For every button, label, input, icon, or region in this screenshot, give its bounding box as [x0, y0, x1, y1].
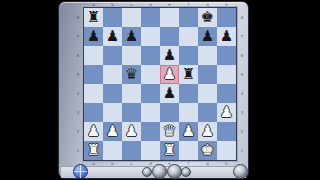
rank-label-4: 4: [238, 84, 246, 103]
piece-white-pawn: ♟: [163, 65, 176, 84]
square-a7[interactable]: ♟: [84, 27, 103, 46]
square-d7[interactable]: [141, 27, 160, 46]
square-c6[interactable]: [122, 46, 141, 65]
square-f4[interactable]: [179, 84, 198, 103]
piece-black-king: ♚: [201, 8, 214, 27]
piece-white-pawn: ♟: [220, 103, 233, 122]
piece-white-rook: ♜: [163, 141, 176, 160]
piece-black-queen: ♛: [125, 65, 138, 84]
square-c8[interactable]: [122, 8, 141, 27]
square-h7[interactable]: ♟: [217, 27, 236, 46]
square-d8[interactable]: [141, 8, 160, 27]
square-g6[interactable]: [198, 46, 217, 65]
square-g4[interactable]: [198, 84, 217, 103]
square-d5[interactable]: [141, 65, 160, 84]
rank-label-4: 4: [74, 84, 82, 103]
square-f8[interactable]: [179, 8, 198, 27]
chess-board: ♜♚♟♟♟♟♟♟♛♟♜♟♟♟♟♟♛♟♟♜♜♚: [83, 7, 237, 161]
square-d1[interactable]: [141, 141, 160, 160]
square-a3[interactable]: [84, 103, 103, 122]
square-b2[interactable]: ♟: [103, 122, 122, 141]
square-h2[interactable]: [217, 122, 236, 141]
piece-white-pawn: ♟: [201, 122, 214, 141]
nav-last-button[interactable]: [181, 167, 191, 177]
square-e4[interactable]: ♟: [160, 84, 179, 103]
square-b6[interactable]: [103, 46, 122, 65]
piece-black-pawn: ♟: [220, 27, 233, 46]
square-e5[interactable]: ♟: [160, 65, 179, 84]
rank-label-5: 5: [238, 65, 246, 84]
square-b4[interactable]: [103, 84, 122, 103]
rank-labels-right: 87654321: [238, 8, 246, 160]
square-d2[interactable]: [141, 122, 160, 141]
square-d4[interactable]: [141, 84, 160, 103]
square-e7[interactable]: [160, 27, 179, 46]
square-h4[interactable]: [217, 84, 236, 103]
app-globe-button[interactable]: [73, 164, 88, 179]
square-d3[interactable]: [141, 103, 160, 122]
square-b7[interactable]: ♟: [103, 27, 122, 46]
piece-white-pawn: ♟: [87, 122, 100, 141]
piece-black-rook: ♜: [182, 65, 195, 84]
square-b8[interactable]: [103, 8, 122, 27]
square-d6[interactable]: [141, 46, 160, 65]
square-h3[interactable]: ♟: [217, 103, 236, 122]
square-b1[interactable]: [103, 141, 122, 160]
square-f2[interactable]: ♟: [179, 122, 198, 141]
piece-white-queen: ♛: [163, 122, 176, 141]
nav-back-button[interactable]: [152, 164, 167, 179]
square-a2[interactable]: ♟: [84, 122, 103, 141]
rank-label-1: 1: [74, 141, 82, 160]
square-h8[interactable]: [217, 8, 236, 27]
square-h5[interactable]: [217, 65, 236, 84]
piece-black-pawn: ♟: [163, 84, 176, 103]
piece-black-pawn: ♟: [106, 27, 119, 46]
piece-black-pawn: ♟: [125, 27, 138, 46]
square-c4[interactable]: [122, 84, 141, 103]
square-h1[interactable]: [217, 141, 236, 160]
rank-label-6: 6: [74, 46, 82, 65]
settings-dial-button[interactable]: [233, 164, 248, 179]
piece-black-pawn: ♟: [87, 27, 100, 46]
rank-labels-left: 87654321: [74, 8, 82, 160]
nav-forward-button[interactable]: [167, 164, 182, 179]
square-a1[interactable]: ♜: [84, 141, 103, 160]
square-c1[interactable]: [122, 141, 141, 160]
square-g7[interactable]: ♟: [198, 27, 217, 46]
piece-white-pawn: ♟: [125, 122, 138, 141]
square-g8[interactable]: ♚: [198, 8, 217, 27]
square-f1[interactable]: [179, 141, 198, 160]
rank-label-6: 6: [238, 46, 246, 65]
square-a6[interactable]: [84, 46, 103, 65]
rank-label-3: 3: [74, 103, 82, 122]
square-c7[interactable]: ♟: [122, 27, 141, 46]
rank-label-5: 5: [74, 65, 82, 84]
piece-black-pawn: ♟: [201, 27, 214, 46]
rank-label-7: 7: [74, 27, 82, 46]
square-f6[interactable]: [179, 46, 198, 65]
piece-black-rook: ♜: [87, 8, 100, 27]
piece-white-king: ♚: [201, 141, 214, 160]
square-h6[interactable]: [217, 46, 236, 65]
square-b3[interactable]: [103, 103, 122, 122]
rank-label-8: 8: [74, 8, 82, 27]
square-e2[interactable]: ♛: [160, 122, 179, 141]
square-g5[interactable]: [198, 65, 217, 84]
square-g1[interactable]: ♚: [198, 141, 217, 160]
square-a5[interactable]: [84, 65, 103, 84]
piece-black-pawn: ♟: [163, 46, 176, 65]
square-c5[interactable]: ♛: [122, 65, 141, 84]
piece-white-rook: ♜: [87, 141, 100, 160]
rank-label-8: 8: [238, 8, 246, 27]
square-f3[interactable]: [179, 103, 198, 122]
rank-label-2: 2: [74, 122, 82, 141]
video-letterbox-background: abcdefgh 87654321 87654321 ♜♚♟♟♟♟♟♟♛♟♜♟♟…: [0, 0, 320, 180]
square-c2[interactable]: ♟: [122, 122, 141, 141]
rank-label-7: 7: [238, 27, 246, 46]
square-e3[interactable]: [160, 103, 179, 122]
square-a4[interactable]: [84, 84, 103, 103]
square-a8[interactable]: ♜: [84, 8, 103, 27]
square-e8[interactable]: [160, 8, 179, 27]
square-e1[interactable]: ♜: [160, 141, 179, 160]
chess-app-window: abcdefgh 87654321 87654321 ♜♚♟♟♟♟♟♟♛♟♜♟♟…: [58, 1, 249, 179]
square-g3[interactable]: [198, 103, 217, 122]
square-b5[interactable]: [103, 65, 122, 84]
rank-label-1: 1: [238, 141, 246, 160]
square-e6[interactable]: ♟: [160, 46, 179, 65]
rank-label-3: 3: [238, 103, 246, 122]
piece-white-pawn: ♟: [106, 122, 119, 141]
square-c3[interactable]: [122, 103, 141, 122]
rank-label-2: 2: [238, 122, 246, 141]
nav-first-button[interactable]: [142, 167, 152, 177]
square-f7[interactable]: [179, 27, 198, 46]
square-g2[interactable]: ♟: [198, 122, 217, 141]
square-f5[interactable]: ♜: [179, 65, 198, 84]
piece-white-pawn: ♟: [182, 122, 195, 141]
